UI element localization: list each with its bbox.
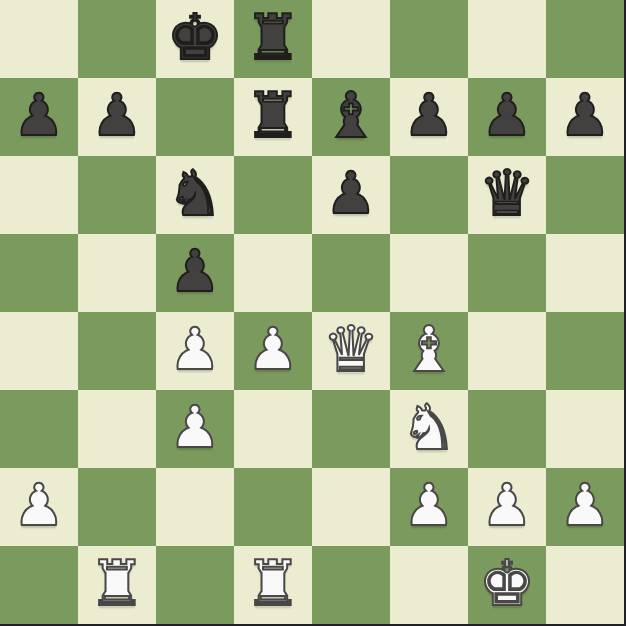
black-king-c8[interactable]: ♚ bbox=[167, 6, 223, 69]
square-d7[interactable]: ♜ bbox=[234, 78, 312, 156]
app-background: ♚♜♟♟♜♝♟♟♟♞♟♛♟♟♟♛♝♟♞♟♟♟♟♜♜♚ bbox=[0, 0, 626, 626]
square-g8[interactable] bbox=[468, 0, 546, 78]
square-f3[interactable]: ♞ bbox=[390, 390, 468, 468]
square-c3[interactable]: ♟ bbox=[156, 390, 234, 468]
square-b1[interactable]: ♜ bbox=[78, 546, 156, 624]
square-h7[interactable]: ♟ bbox=[546, 78, 624, 156]
square-c2[interactable] bbox=[156, 468, 234, 546]
white-rook-b1[interactable]: ♜ bbox=[89, 552, 145, 615]
white-king-g1[interactable]: ♚ bbox=[479, 552, 535, 615]
square-d3[interactable] bbox=[234, 390, 312, 468]
black-pawn-c5[interactable]: ♟ bbox=[169, 242, 221, 300]
square-b6[interactable] bbox=[78, 156, 156, 234]
square-a3[interactable] bbox=[0, 390, 78, 468]
square-f7[interactable]: ♟ bbox=[390, 78, 468, 156]
square-b3[interactable] bbox=[78, 390, 156, 468]
white-bishop-f4[interactable]: ♝ bbox=[401, 318, 457, 381]
square-d6[interactable] bbox=[234, 156, 312, 234]
chess-board: ♚♜♟♟♜♝♟♟♟♞♟♛♟♟♟♛♝♟♞♟♟♟♟♜♜♚ bbox=[0, 0, 624, 624]
square-g7[interactable]: ♟ bbox=[468, 78, 546, 156]
black-rook-d8[interactable]: ♜ bbox=[245, 6, 301, 69]
black-queen-g6[interactable]: ♛ bbox=[479, 162, 535, 225]
square-e3[interactable] bbox=[312, 390, 390, 468]
square-h4[interactable] bbox=[546, 312, 624, 390]
black-bishop-e7[interactable]: ♝ bbox=[323, 84, 379, 147]
square-e7[interactable]: ♝ bbox=[312, 78, 390, 156]
square-b8[interactable] bbox=[78, 0, 156, 78]
white-pawn-c4[interactable]: ♟ bbox=[169, 320, 221, 378]
square-e6[interactable]: ♟ bbox=[312, 156, 390, 234]
square-c1[interactable] bbox=[156, 546, 234, 624]
black-pawn-b7[interactable]: ♟ bbox=[91, 86, 143, 144]
white-pawn-d4[interactable]: ♟ bbox=[247, 320, 299, 378]
square-d1[interactable]: ♜ bbox=[234, 546, 312, 624]
square-f4[interactable]: ♝ bbox=[390, 312, 468, 390]
square-h3[interactable] bbox=[546, 390, 624, 468]
square-f1[interactable] bbox=[390, 546, 468, 624]
square-a1[interactable] bbox=[0, 546, 78, 624]
square-b2[interactable] bbox=[78, 468, 156, 546]
square-b7[interactable]: ♟ bbox=[78, 78, 156, 156]
black-pawn-g7[interactable]: ♟ bbox=[481, 86, 533, 144]
square-g2[interactable]: ♟ bbox=[468, 468, 546, 546]
black-rook-d7[interactable]: ♜ bbox=[245, 84, 301, 147]
white-pawn-c3[interactable]: ♟ bbox=[169, 398, 221, 456]
square-g3[interactable] bbox=[468, 390, 546, 468]
square-c6[interactable]: ♞ bbox=[156, 156, 234, 234]
black-pawn-e6[interactable]: ♟ bbox=[325, 164, 377, 222]
square-b5[interactable] bbox=[78, 234, 156, 312]
square-d8[interactable]: ♜ bbox=[234, 0, 312, 78]
square-a7[interactable]: ♟ bbox=[0, 78, 78, 156]
square-a5[interactable] bbox=[0, 234, 78, 312]
square-e8[interactable] bbox=[312, 0, 390, 78]
white-pawn-a2[interactable]: ♟ bbox=[13, 476, 65, 534]
square-c4[interactable]: ♟ bbox=[156, 312, 234, 390]
square-h1[interactable] bbox=[546, 546, 624, 624]
square-h5[interactable] bbox=[546, 234, 624, 312]
white-pawn-f2[interactable]: ♟ bbox=[403, 476, 455, 534]
square-c7[interactable] bbox=[156, 78, 234, 156]
square-f8[interactable] bbox=[390, 0, 468, 78]
square-f2[interactable]: ♟ bbox=[390, 468, 468, 546]
square-g4[interactable] bbox=[468, 312, 546, 390]
square-a2[interactable]: ♟ bbox=[0, 468, 78, 546]
square-a8[interactable] bbox=[0, 0, 78, 78]
square-a4[interactable] bbox=[0, 312, 78, 390]
square-a6[interactable] bbox=[0, 156, 78, 234]
square-g5[interactable] bbox=[468, 234, 546, 312]
white-rook-d1[interactable]: ♜ bbox=[245, 552, 301, 615]
square-f6[interactable] bbox=[390, 156, 468, 234]
square-g1[interactable]: ♚ bbox=[468, 546, 546, 624]
square-e2[interactable] bbox=[312, 468, 390, 546]
white-pawn-g2[interactable]: ♟ bbox=[481, 476, 533, 534]
white-queen-e4[interactable]: ♛ bbox=[323, 318, 379, 381]
square-d4[interactable]: ♟ bbox=[234, 312, 312, 390]
square-c5[interactable]: ♟ bbox=[156, 234, 234, 312]
black-knight-c6[interactable]: ♞ bbox=[167, 162, 223, 225]
square-b4[interactable] bbox=[78, 312, 156, 390]
square-d5[interactable] bbox=[234, 234, 312, 312]
square-e4[interactable]: ♛ bbox=[312, 312, 390, 390]
square-d2[interactable] bbox=[234, 468, 312, 546]
square-h8[interactable] bbox=[546, 0, 624, 78]
square-e1[interactable] bbox=[312, 546, 390, 624]
square-g6[interactable]: ♛ bbox=[468, 156, 546, 234]
square-h2[interactable]: ♟ bbox=[546, 468, 624, 546]
black-pawn-a7[interactable]: ♟ bbox=[13, 86, 65, 144]
square-c8[interactable]: ♚ bbox=[156, 0, 234, 78]
square-f5[interactable] bbox=[390, 234, 468, 312]
square-e5[interactable] bbox=[312, 234, 390, 312]
square-h6[interactable] bbox=[546, 156, 624, 234]
black-pawn-f7[interactable]: ♟ bbox=[403, 86, 455, 144]
white-pawn-h2[interactable]: ♟ bbox=[559, 476, 611, 534]
white-knight-f3[interactable]: ♞ bbox=[401, 396, 457, 459]
black-pawn-h7[interactable]: ♟ bbox=[559, 86, 611, 144]
